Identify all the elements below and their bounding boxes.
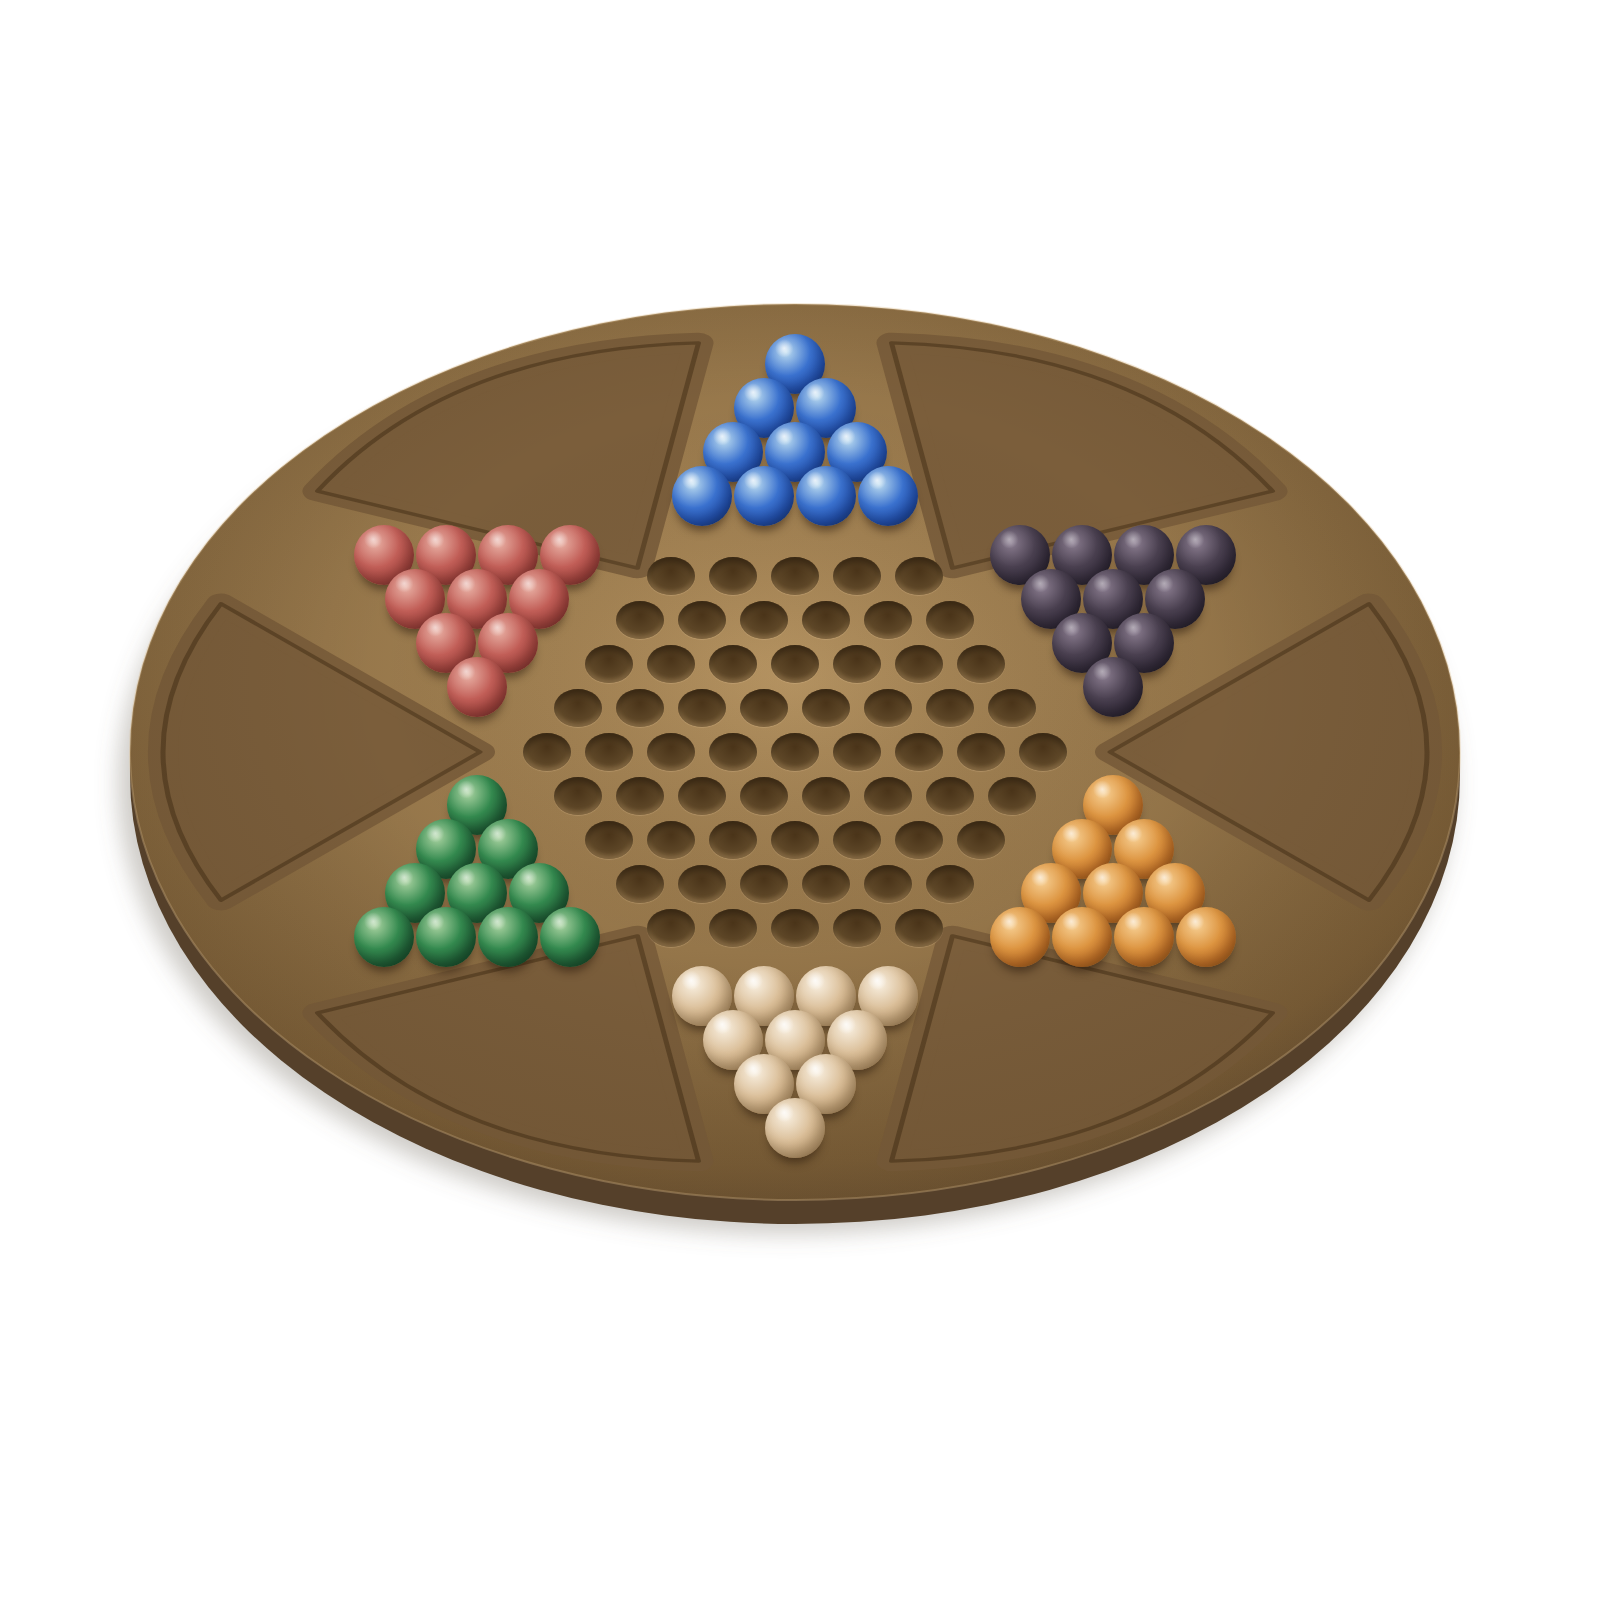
- hole[interactable]: [616, 689, 664, 727]
- hole[interactable]: [1019, 733, 1067, 771]
- hole[interactable]: [740, 865, 788, 903]
- hole[interactable]: [585, 645, 633, 683]
- hole[interactable]: [709, 557, 757, 595]
- hole[interactable]: [988, 689, 1036, 727]
- hole[interactable]: [647, 821, 695, 859]
- hole[interactable]: [771, 645, 819, 683]
- hole[interactable]: [833, 733, 881, 771]
- star-hole-grid: [0, 0, 1600, 1600]
- marble-dark-purple[interactable]: [1083, 657, 1143, 717]
- hole[interactable]: [740, 601, 788, 639]
- hole[interactable]: [802, 777, 850, 815]
- hole[interactable]: [771, 733, 819, 771]
- hole[interactable]: [771, 909, 819, 947]
- hole[interactable]: [926, 689, 974, 727]
- marble-blue[interactable]: [858, 466, 918, 526]
- marble-orange[interactable]: [1052, 907, 1112, 967]
- hole[interactable]: [895, 557, 943, 595]
- hole[interactable]: [647, 557, 695, 595]
- hole[interactable]: [678, 777, 726, 815]
- hole[interactable]: [864, 689, 912, 727]
- hole[interactable]: [864, 777, 912, 815]
- marble-green[interactable]: [354, 907, 414, 967]
- hole[interactable]: [740, 777, 788, 815]
- hole[interactable]: [895, 821, 943, 859]
- hole[interactable]: [709, 645, 757, 683]
- marble-blue[interactable]: [672, 466, 732, 526]
- hole[interactable]: [616, 601, 664, 639]
- hole[interactable]: [740, 689, 788, 727]
- hole[interactable]: [895, 645, 943, 683]
- hole[interactable]: [926, 777, 974, 815]
- hole[interactable]: [926, 865, 974, 903]
- hole[interactable]: [802, 601, 850, 639]
- hole[interactable]: [957, 645, 1005, 683]
- hole[interactable]: [833, 557, 881, 595]
- hole[interactable]: [864, 865, 912, 903]
- hole[interactable]: [554, 689, 602, 727]
- marble-green[interactable]: [478, 907, 538, 967]
- hole[interactable]: [802, 865, 850, 903]
- hole[interactable]: [864, 601, 912, 639]
- marble-natural-wood[interactable]: [765, 1098, 825, 1158]
- marble-orange[interactable]: [1114, 907, 1174, 967]
- marble-orange[interactable]: [1176, 907, 1236, 967]
- hole[interactable]: [585, 733, 633, 771]
- hole[interactable]: [647, 909, 695, 947]
- hole[interactable]: [709, 733, 757, 771]
- hole[interactable]: [802, 689, 850, 727]
- hole[interactable]: [895, 909, 943, 947]
- hole[interactable]: [554, 777, 602, 815]
- hole[interactable]: [771, 557, 819, 595]
- hole[interactable]: [833, 645, 881, 683]
- hole[interactable]: [988, 777, 1036, 815]
- marble-orange[interactable]: [990, 907, 1050, 967]
- chinese-checkers-photo: [0, 0, 1600, 1600]
- hole[interactable]: [833, 909, 881, 947]
- hole[interactable]: [678, 689, 726, 727]
- hole[interactable]: [709, 909, 757, 947]
- hole[interactable]: [957, 821, 1005, 859]
- hole[interactable]: [957, 733, 1005, 771]
- hole[interactable]: [895, 733, 943, 771]
- hole[interactable]: [678, 601, 726, 639]
- hole[interactable]: [647, 645, 695, 683]
- hole[interactable]: [709, 821, 757, 859]
- marble-blue[interactable]: [734, 466, 794, 526]
- marble-green[interactable]: [416, 907, 476, 967]
- hole[interactable]: [616, 865, 664, 903]
- hole[interactable]: [523, 733, 571, 771]
- hole[interactable]: [585, 821, 633, 859]
- hole[interactable]: [926, 601, 974, 639]
- hole[interactable]: [616, 777, 664, 815]
- marble-red[interactable]: [447, 657, 507, 717]
- hole[interactable]: [678, 865, 726, 903]
- marble-blue[interactable]: [796, 466, 856, 526]
- hole[interactable]: [833, 821, 881, 859]
- hole[interactable]: [647, 733, 695, 771]
- hole[interactable]: [771, 821, 819, 859]
- marble-green[interactable]: [540, 907, 600, 967]
